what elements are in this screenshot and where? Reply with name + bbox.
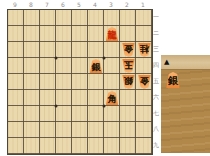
file-labels: 987654321	[7, 0, 151, 9]
hoshi-dot	[55, 105, 58, 108]
file-label: 8	[23, 0, 39, 9]
rank-label: 八	[152, 121, 160, 137]
rank-labels: 一二三四五六七八九	[152, 9, 160, 153]
rank-label: 五	[152, 73, 160, 89]
file-label: 6	[55, 0, 71, 9]
shogi-piece[interactable]: 銀	[90, 59, 103, 73]
komadai-header: ▲	[161, 55, 210, 70]
komadai: ▲ 銀	[161, 55, 210, 153]
file-label: 9	[7, 0, 23, 9]
hoshi-dot	[103, 105, 106, 108]
file-label: 2	[119, 0, 135, 9]
file-label: 1	[135, 0, 151, 9]
shogi-piece[interactable]: 角	[106, 91, 119, 105]
rank-label: 九	[152, 137, 160, 153]
file-label: 3	[103, 0, 119, 9]
shogi-piece[interactable]: 玉	[122, 59, 135, 73]
hoshi-dot	[55, 57, 58, 60]
rank-label: 四	[152, 57, 160, 73]
rank-label: 二	[152, 25, 160, 41]
rank-label: 七	[152, 105, 160, 121]
shogi-piece[interactable]: 桂	[138, 43, 151, 57]
file-label: 5	[71, 0, 87, 9]
hoshi-dot	[103, 57, 106, 60]
rank-label: 三	[152, 41, 160, 57]
shogi-piece[interactable]: 金	[122, 43, 135, 57]
shogi-board[interactable]: 龍金桂銀玉銀金角	[7, 9, 153, 155]
shogi-diagram: { "game": "shogi", "diagram_kind": "tsum…	[0, 0, 210, 156]
file-label: 7	[39, 0, 55, 9]
shogi-piece[interactable]: 龍	[106, 27, 119, 41]
rank-label: 一	[152, 9, 160, 25]
rank-label: 六	[152, 89, 160, 105]
file-label: 4	[87, 0, 103, 9]
shogi-piece[interactable]: 金	[138, 75, 151, 89]
sente-marker: ▲	[164, 58, 169, 66]
hand-area: 銀	[161, 70, 210, 153]
hand-piece[interactable]: 銀	[166, 72, 180, 88]
shogi-piece[interactable]: 銀	[122, 75, 135, 89]
